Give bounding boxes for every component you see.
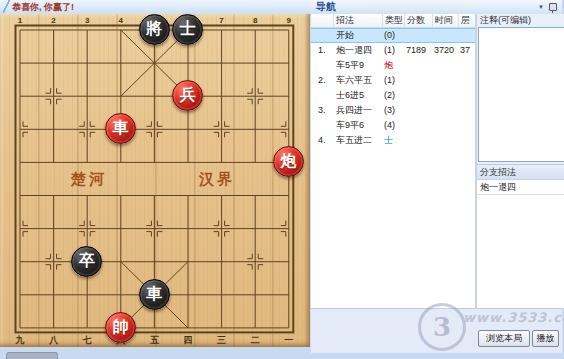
move-cell: 车六平五 xyxy=(333,73,382,88)
move-cell xyxy=(404,118,432,133)
column-header: 时间 xyxy=(432,14,458,27)
move-list: 招法类型分数时间层 开始(0)1.炮一退四(1)7189372037车5平9炮2… xyxy=(311,14,475,308)
move-cell xyxy=(432,58,458,73)
move-cell xyxy=(458,118,475,133)
move-row[interactable]: 士6进5(2) xyxy=(311,88,475,103)
move-cell: 3. xyxy=(311,103,333,118)
move-cell xyxy=(458,103,475,118)
piece-red-車[interactable]: 車 xyxy=(105,113,136,144)
move-list-header: 招法类型分数时间层 xyxy=(311,14,475,28)
move-row[interactable]: 2.车六平五(1) xyxy=(311,73,475,88)
panel-header: 导航 ▼ xyxy=(311,0,562,15)
piece-layer: 將士兵車炮卒車帥 xyxy=(3,13,305,344)
column-header: 招法 xyxy=(333,14,382,27)
move-row[interactable]: 1.炮一退四(1)7189372037 xyxy=(311,43,475,58)
move-cell xyxy=(458,133,475,148)
move-cell xyxy=(404,133,432,148)
move-cell: 1. xyxy=(311,43,333,58)
move-cell xyxy=(432,133,458,148)
move-cell xyxy=(432,118,458,133)
branch-move-list: 炮一退四 xyxy=(477,180,564,308)
move-row[interactable]: 4.车五进二士 xyxy=(311,133,475,148)
branch-label: 分支招法 xyxy=(477,164,564,180)
move-row[interactable]: 车9平6(4) xyxy=(311,118,475,133)
move-cell: 炮一退四 xyxy=(333,43,382,58)
play-button[interactable]: 播放 xyxy=(532,330,559,347)
move-cell xyxy=(458,28,475,43)
move-cell: (3) xyxy=(382,103,404,118)
piece-red-炮[interactable]: 炮 xyxy=(273,146,304,177)
piece-black-士[interactable]: 士 xyxy=(172,14,203,45)
move-cell xyxy=(311,58,333,73)
panel-footer: 浏览本局 播放 xyxy=(311,308,562,353)
move-cell xyxy=(311,28,333,43)
move-cell: 开始 xyxy=(333,28,382,43)
browse-game-button[interactable]: 浏览本局 xyxy=(478,330,530,347)
move-cell xyxy=(432,73,458,88)
chevron-down-icon[interactable]: ▼ xyxy=(538,4,544,10)
pin-icon[interactable] xyxy=(549,3,557,11)
move-cell: (1) xyxy=(382,73,404,88)
column-header-empty xyxy=(311,14,333,27)
taskbar-fragment xyxy=(6,352,58,359)
move-cell: 车5平9 xyxy=(333,58,382,73)
move-cell: 4. xyxy=(311,133,333,148)
titlebar-accent xyxy=(1,0,11,13)
move-cell: (4) xyxy=(382,118,404,133)
move-cell: 3720 xyxy=(432,43,458,58)
move-cell: 车9平6 xyxy=(333,118,382,133)
column-header: 分数 xyxy=(404,14,432,27)
piece-red-兵[interactable]: 兵 xyxy=(172,80,203,111)
app-window: 恭喜你, 你赢了! 楚河 汉界 123456789 九八七六五四三二一 將士兵車… xyxy=(0,0,564,359)
comment-label: 注释(可编辑) xyxy=(477,14,564,27)
column-header: 层 xyxy=(458,14,475,27)
comment-textarea[interactable] xyxy=(478,27,564,162)
move-cell xyxy=(458,58,475,73)
move-cell xyxy=(404,73,432,88)
move-cell xyxy=(432,103,458,118)
move-cell: 37 xyxy=(458,43,475,58)
move-cell: (2) xyxy=(382,88,404,103)
move-cell xyxy=(404,88,432,103)
move-cell xyxy=(404,103,432,118)
move-cell: 7189 xyxy=(404,43,432,58)
move-cell: 车五进二 xyxy=(333,133,382,148)
move-cell xyxy=(458,88,475,103)
move-cell xyxy=(432,28,458,43)
piece-red-帥[interactable]: 帥 xyxy=(105,312,136,343)
move-cell xyxy=(458,73,475,88)
panel-title: 导航 xyxy=(311,0,336,14)
move-cell xyxy=(311,88,333,103)
move-row[interactable]: 车5平9炮 xyxy=(311,58,475,73)
move-row[interactable]: 开始(0) xyxy=(311,28,475,43)
move-row[interactable]: 3.兵四进一(3) xyxy=(311,103,475,118)
navigation-panel: 导航 ▼ 招法类型分数时间层 开始(0)1.炮一退四(1)7189372037车… xyxy=(311,0,562,352)
move-cell xyxy=(432,88,458,103)
move-cell: 炮 xyxy=(382,58,404,73)
move-cell: (1) xyxy=(382,43,404,58)
piece-black-車[interactable]: 車 xyxy=(139,279,170,310)
column-header: 类型 xyxy=(382,14,404,27)
move-cell: 士 xyxy=(382,133,404,148)
move-cell: (0) xyxy=(382,28,404,43)
branch-move-item[interactable]: 炮一退四 xyxy=(477,180,564,195)
move-cell: 2. xyxy=(311,73,333,88)
xiangqi-board[interactable]: 楚河 汉界 123456789 九八七六五四三二一 將士兵車炮卒車帥 xyxy=(0,14,310,347)
piece-black-卒[interactable]: 卒 xyxy=(71,246,102,277)
piece-black-將[interactable]: 將 xyxy=(139,14,170,45)
move-cell xyxy=(404,58,432,73)
move-cell xyxy=(311,118,333,133)
move-cell xyxy=(404,28,432,43)
move-cell: 士6进5 xyxy=(333,88,382,103)
move-cell: 兵四进一 xyxy=(333,103,382,118)
